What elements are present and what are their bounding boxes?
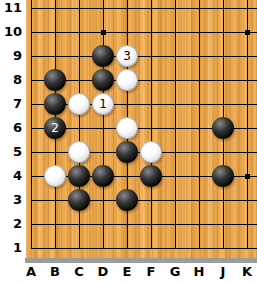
intersection-H6[interactable] xyxy=(187,116,211,140)
intersection-K3[interactable] xyxy=(235,188,257,212)
intersection-K2[interactable] xyxy=(235,212,257,236)
intersection-C8[interactable] xyxy=(67,68,91,92)
intersection-F11[interactable] xyxy=(139,0,163,20)
move-number-label-B6: 2 xyxy=(51,122,59,134)
intersection-A4[interactable] xyxy=(19,164,43,188)
intersection-E10[interactable] xyxy=(115,20,139,44)
intersection-H5[interactable] xyxy=(187,140,211,164)
black-stone-E3 xyxy=(116,189,138,211)
intersection-C6[interactable] xyxy=(67,116,91,140)
intersection-H3[interactable] xyxy=(187,188,211,212)
intersection-H4[interactable] xyxy=(187,164,211,188)
black-stone-D8 xyxy=(92,69,114,91)
move-number-label-E9: 3 xyxy=(123,50,131,62)
intersection-H8[interactable] xyxy=(187,68,211,92)
row-label-8: 8 xyxy=(0,72,22,87)
intersection-E1[interactable] xyxy=(115,236,139,260)
intersection-B9[interactable] xyxy=(43,44,67,68)
intersection-F10[interactable] xyxy=(139,20,163,44)
col-label-A: A xyxy=(19,264,43,279)
intersection-G10[interactable] xyxy=(163,20,187,44)
black-stone-D4 xyxy=(92,165,114,187)
black-stone-J4 xyxy=(212,165,234,187)
intersection-H11[interactable] xyxy=(187,0,211,20)
row-label-7: 7 xyxy=(0,96,22,111)
intersection-G6[interactable] xyxy=(163,116,187,140)
intersection-E2[interactable] xyxy=(115,212,139,236)
intersection-B5[interactable] xyxy=(43,140,67,164)
row-label-5: 5 xyxy=(0,144,22,159)
intersection-K5[interactable] xyxy=(235,140,257,164)
intersection-J3[interactable] xyxy=(211,188,235,212)
intersection-H10[interactable] xyxy=(187,20,211,44)
intersection-G1[interactable] xyxy=(163,236,187,260)
intersection-K1[interactable] xyxy=(235,236,257,260)
black-stone-J6 xyxy=(212,117,234,139)
intersection-B10[interactable] xyxy=(43,20,67,44)
intersection-J9[interactable] xyxy=(211,44,235,68)
intersection-B11[interactable] xyxy=(43,0,67,20)
white-stone-D7: 1 xyxy=(92,93,114,115)
intersection-F8[interactable] xyxy=(139,68,163,92)
intersection-E7[interactable] xyxy=(115,92,139,116)
intersection-F9[interactable] xyxy=(139,44,163,68)
intersection-J5[interactable] xyxy=(211,140,235,164)
intersection-F2[interactable] xyxy=(139,212,163,236)
intersection-B1[interactable] xyxy=(43,236,67,260)
intersection-A11[interactable] xyxy=(19,0,43,20)
intersection-C1[interactable] xyxy=(67,236,91,260)
intersection-C9[interactable] xyxy=(67,44,91,68)
intersection-F6[interactable] xyxy=(139,116,163,140)
black-stone-B6: 2 xyxy=(44,117,66,139)
col-label-H: H xyxy=(187,264,211,279)
intersection-D11[interactable] xyxy=(91,0,115,20)
intersection-G3[interactable] xyxy=(163,188,187,212)
intersection-F7[interactable] xyxy=(139,92,163,116)
col-label-G: G xyxy=(163,264,187,279)
col-label-F: F xyxy=(139,264,163,279)
col-label-J: J xyxy=(211,264,235,279)
intersection-D6[interactable] xyxy=(91,116,115,140)
black-stone-F4 xyxy=(140,165,162,187)
white-stone-E6 xyxy=(116,117,138,139)
row-label-2: 2 xyxy=(0,216,22,231)
row-label-6: 6 xyxy=(0,120,22,135)
col-label-C: C xyxy=(67,264,91,279)
intersection-G4[interactable] xyxy=(163,164,187,188)
intersection-J7[interactable] xyxy=(211,92,235,116)
row-label-11: 11 xyxy=(0,0,22,15)
white-stone-C7 xyxy=(68,93,90,115)
white-stone-F5 xyxy=(140,141,162,163)
intersection-G11[interactable] xyxy=(163,0,187,20)
intersection-J8[interactable] xyxy=(211,68,235,92)
col-label-D: D xyxy=(91,264,115,279)
intersection-B2[interactable] xyxy=(43,212,67,236)
intersection-H9[interactable] xyxy=(187,44,211,68)
intersection-H1[interactable] xyxy=(187,236,211,260)
black-stone-B8 xyxy=(44,69,66,91)
intersection-E4[interactable] xyxy=(115,164,139,188)
intersection-D1[interactable] xyxy=(91,236,115,260)
intersection-G5[interactable] xyxy=(163,140,187,164)
black-stone-C4 xyxy=(68,165,90,187)
white-stone-C5 xyxy=(68,141,90,163)
intersection-D5[interactable] xyxy=(91,140,115,164)
go-board: 2311110987654321ABCDEFGHJK xyxy=(0,0,257,284)
intersection-A10[interactable] xyxy=(19,20,43,44)
intersection-J1[interactable] xyxy=(211,236,235,260)
intersection-H2[interactable] xyxy=(187,212,211,236)
intersection-K8[interactable] xyxy=(235,68,257,92)
white-stone-E8 xyxy=(116,69,138,91)
intersection-K10[interactable] xyxy=(235,20,257,44)
white-stone-E9: 3 xyxy=(116,45,138,67)
intersection-H7[interactable] xyxy=(187,92,211,116)
intersection-D3[interactable] xyxy=(91,188,115,212)
intersection-A7[interactable] xyxy=(19,92,43,116)
intersection-K7[interactable] xyxy=(235,92,257,116)
intersection-J2[interactable] xyxy=(211,212,235,236)
intersection-C11[interactable] xyxy=(67,0,91,20)
intersection-A9[interactable] xyxy=(19,44,43,68)
white-stone-B4 xyxy=(44,165,66,187)
intersection-G7[interactable] xyxy=(163,92,187,116)
intersection-K9[interactable] xyxy=(235,44,257,68)
intersection-K11[interactable] xyxy=(235,0,257,20)
intersection-F1[interactable] xyxy=(139,236,163,260)
intersection-D2[interactable] xyxy=(91,212,115,236)
intersection-J11[interactable] xyxy=(211,0,235,20)
intersection-A6[interactable] xyxy=(19,116,43,140)
intersection-G8[interactable] xyxy=(163,68,187,92)
intersection-C2[interactable] xyxy=(67,212,91,236)
intersection-K6[interactable] xyxy=(235,116,257,140)
intersection-C10[interactable] xyxy=(67,20,91,44)
intersection-A2[interactable] xyxy=(19,212,43,236)
intersection-G9[interactable] xyxy=(163,44,187,68)
row-label-10: 10 xyxy=(0,24,22,39)
intersection-E11[interactable] xyxy=(115,0,139,20)
row-label-9: 9 xyxy=(0,48,22,63)
black-stone-E5 xyxy=(116,141,138,163)
black-stone-D9 xyxy=(92,45,114,67)
go-board-screen: 2311110987654321ABCDEFGHJK xyxy=(0,0,257,284)
intersection-A5[interactable] xyxy=(19,140,43,164)
move-number-label-D7: 1 xyxy=(99,98,107,110)
intersection-F3[interactable] xyxy=(139,188,163,212)
col-label-E: E xyxy=(115,264,139,279)
col-label-B: B xyxy=(43,264,67,279)
row-label-3: 3 xyxy=(0,192,22,207)
col-label-K: K xyxy=(235,264,257,279)
intersection-B3[interactable] xyxy=(43,188,67,212)
intersection-A3[interactable] xyxy=(19,188,43,212)
intersection-K4[interactable] xyxy=(235,164,257,188)
black-stone-C3 xyxy=(68,189,90,211)
row-label-1: 1 xyxy=(0,240,22,255)
row-label-4: 4 xyxy=(0,168,22,183)
intersection-G2[interactable] xyxy=(163,212,187,236)
intersection-D10[interactable] xyxy=(91,20,115,44)
black-stone-B7 xyxy=(44,93,66,115)
intersection-A1[interactable] xyxy=(19,236,43,260)
intersection-A8[interactable] xyxy=(19,68,43,92)
intersection-J10[interactable] xyxy=(211,20,235,44)
